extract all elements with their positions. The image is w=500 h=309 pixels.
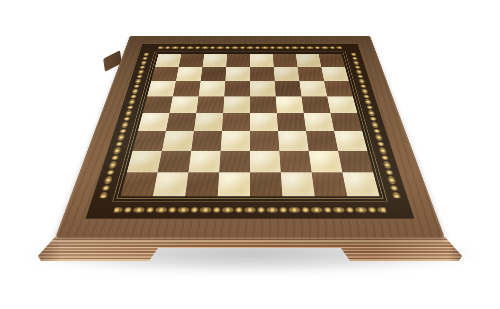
square-b2 xyxy=(158,151,192,173)
square-a3 xyxy=(133,131,166,151)
square-e4 xyxy=(250,113,278,131)
square-c6 xyxy=(199,81,226,96)
square-h5 xyxy=(327,96,357,113)
square-c5 xyxy=(196,96,224,113)
squares-grid xyxy=(120,54,379,196)
square-h8 xyxy=(319,54,345,67)
square-h3 xyxy=(334,131,367,151)
square-d4 xyxy=(222,113,250,131)
square-e7 xyxy=(250,67,275,81)
square-a1 xyxy=(120,172,157,196)
square-h7 xyxy=(321,67,349,81)
square-d3 xyxy=(221,131,250,151)
square-a6 xyxy=(147,81,176,96)
square-f1 xyxy=(281,172,315,196)
square-a4 xyxy=(138,113,170,131)
square-g6 xyxy=(299,81,327,96)
square-c8 xyxy=(202,54,227,67)
square-b6 xyxy=(173,81,201,96)
square-e3 xyxy=(250,131,279,151)
square-a5 xyxy=(143,96,173,113)
square-e6 xyxy=(250,81,276,96)
square-b1 xyxy=(153,172,189,196)
square-c3 xyxy=(191,131,222,151)
square-c1 xyxy=(185,172,219,196)
square-b3 xyxy=(162,131,194,151)
square-c4 xyxy=(194,113,223,131)
square-f8 xyxy=(273,54,298,67)
square-e8 xyxy=(250,54,274,67)
square-f3 xyxy=(278,131,309,151)
square-d7 xyxy=(225,67,250,81)
square-a2 xyxy=(127,151,162,173)
square-e5 xyxy=(250,96,277,113)
square-d6 xyxy=(224,81,250,96)
square-d1 xyxy=(218,172,250,196)
square-e1 xyxy=(250,172,282,196)
square-a7 xyxy=(151,67,179,81)
square-c2 xyxy=(188,151,220,173)
square-h6 xyxy=(324,81,353,96)
square-b5 xyxy=(170,96,199,113)
square-b4 xyxy=(166,113,196,131)
square-g3 xyxy=(306,131,338,151)
square-g4 xyxy=(304,113,334,131)
inlay-ornament-top xyxy=(158,45,343,50)
square-g2 xyxy=(309,151,343,173)
square-g7 xyxy=(298,67,325,81)
square-d8 xyxy=(226,54,250,67)
square-h4 xyxy=(330,113,362,131)
square-h1 xyxy=(342,172,379,196)
square-f2 xyxy=(279,151,311,173)
square-f4 xyxy=(277,113,306,131)
square-a8 xyxy=(155,54,181,67)
inlay-ornament-bottom xyxy=(113,204,388,216)
square-d5 xyxy=(223,96,250,113)
square-g8 xyxy=(296,54,322,67)
square-f7 xyxy=(274,67,300,81)
square-g1 xyxy=(312,172,348,196)
square-c7 xyxy=(201,67,227,81)
square-g5 xyxy=(301,96,330,113)
square-b8 xyxy=(179,54,205,67)
square-f6 xyxy=(275,81,302,96)
square-e2 xyxy=(250,151,281,173)
square-f5 xyxy=(276,96,304,113)
square-d2 xyxy=(219,151,250,173)
photo-canvas xyxy=(0,0,500,309)
square-b7 xyxy=(176,67,203,81)
square-h2 xyxy=(338,151,373,173)
